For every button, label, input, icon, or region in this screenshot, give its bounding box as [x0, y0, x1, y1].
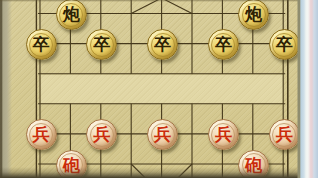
window-right-bevel-edge [296, 0, 318, 178]
piece-black-soldier-g4[interactable]: 卒 [208, 29, 239, 60]
board-grid-lines [0, 0, 318, 178]
black-soldier-glyph: 卒 [276, 30, 293, 59]
black-cannon-glyph: 炮 [63, 0, 80, 29]
board-left-shadow-edge [0, 0, 12, 178]
xiangqi-board: 炮炮卒卒卒卒卒兵兵兵兵兵砲砲 [0, 0, 318, 178]
black-soldier-glyph: 卒 [215, 30, 232, 59]
piece-black-soldier-e4[interactable]: 卒 [147, 29, 178, 60]
piece-red-soldier-a7[interactable]: 兵 [26, 119, 57, 150]
piece-black-cannon-b3[interactable]: 炮 [56, 0, 87, 30]
red-soldier-glyph: 兵 [93, 120, 110, 149]
red-soldier-glyph: 兵 [154, 120, 171, 149]
black-soldier-glyph: 卒 [33, 30, 50, 59]
piece-black-soldier-a4[interactable]: 卒 [26, 29, 57, 60]
black-soldier-glyph: 卒 [154, 30, 171, 59]
red-soldier-glyph: 兵 [276, 120, 293, 149]
board-top-shadow-edge [0, 0, 318, 2]
red-soldier-glyph: 兵 [215, 120, 232, 149]
black-cannon-glyph: 炮 [245, 0, 262, 29]
board-bottom-shadow-edge [0, 167, 318, 178]
red-soldier-glyph: 兵 [33, 120, 50, 149]
black-soldier-glyph: 卒 [93, 30, 110, 59]
